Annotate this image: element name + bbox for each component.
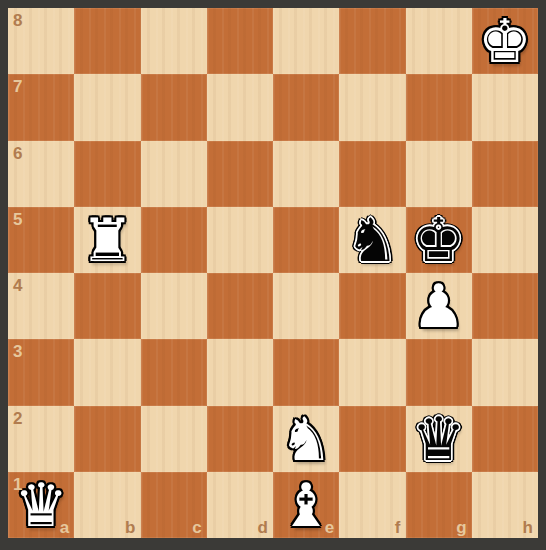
square-f4[interactable] bbox=[339, 273, 405, 339]
square-d5[interactable] bbox=[207, 207, 273, 273]
square-c4[interactable] bbox=[141, 273, 207, 339]
square-f8[interactable] bbox=[339, 8, 405, 74]
file-label-e: e bbox=[325, 519, 334, 536]
square-e3[interactable] bbox=[273, 339, 339, 405]
square-e4[interactable] bbox=[273, 273, 339, 339]
piece-black-knight[interactable]: ♞ bbox=[345, 210, 399, 270]
square-h1[interactable]: h bbox=[472, 472, 538, 538]
rank-label-4: 4 bbox=[13, 277, 22, 294]
square-g4[interactable]: ♟ bbox=[406, 273, 472, 339]
rank-label-1: 1 bbox=[13, 476, 22, 493]
square-c7[interactable] bbox=[141, 74, 207, 140]
square-a3[interactable]: 3 bbox=[8, 339, 74, 405]
square-g8[interactable] bbox=[406, 8, 472, 74]
square-a7[interactable]: 7 bbox=[8, 74, 74, 140]
square-f7[interactable] bbox=[339, 74, 405, 140]
square-h7[interactable] bbox=[472, 74, 538, 140]
rank-label-5: 5 bbox=[13, 211, 22, 228]
square-g1[interactable]: g bbox=[406, 472, 472, 538]
square-b8[interactable] bbox=[74, 8, 140, 74]
square-f1[interactable]: f bbox=[339, 472, 405, 538]
chess-board-frame: 8♚765♜♞♚4♟32♞♛1a♛bcde♝fgh bbox=[0, 0, 546, 550]
square-d6[interactable] bbox=[207, 141, 273, 207]
square-a1[interactable]: 1a♛ bbox=[8, 472, 74, 538]
rank-label-8: 8 bbox=[13, 12, 22, 29]
square-e2[interactable]: ♞ bbox=[273, 406, 339, 472]
square-g5[interactable]: ♚ bbox=[406, 207, 472, 273]
rank-label-6: 6 bbox=[13, 145, 22, 162]
square-e5[interactable] bbox=[273, 207, 339, 273]
file-label-c: c bbox=[192, 519, 201, 536]
square-b2[interactable] bbox=[74, 406, 140, 472]
file-label-a: a bbox=[60, 519, 69, 536]
square-c3[interactable] bbox=[141, 339, 207, 405]
square-a6[interactable]: 6 bbox=[8, 141, 74, 207]
square-g2[interactable]: ♛ bbox=[406, 406, 472, 472]
square-f5[interactable]: ♞ bbox=[339, 207, 405, 273]
file-label-f: f bbox=[395, 519, 401, 536]
square-d7[interactable] bbox=[207, 74, 273, 140]
piece-white-knight[interactable]: ♞ bbox=[279, 409, 333, 469]
square-f6[interactable] bbox=[339, 141, 405, 207]
square-f2[interactable] bbox=[339, 406, 405, 472]
square-d4[interactable] bbox=[207, 273, 273, 339]
square-b6[interactable] bbox=[74, 141, 140, 207]
square-a5[interactable]: 5 bbox=[8, 207, 74, 273]
square-c6[interactable] bbox=[141, 141, 207, 207]
piece-white-pawn[interactable]: ♟ bbox=[412, 276, 466, 336]
piece-black-queen[interactable]: ♛ bbox=[412, 409, 466, 469]
square-b1[interactable]: b bbox=[74, 472, 140, 538]
square-h8[interactable]: ♚ bbox=[472, 8, 538, 74]
square-b4[interactable] bbox=[74, 273, 140, 339]
square-f3[interactable] bbox=[339, 339, 405, 405]
square-e7[interactable] bbox=[273, 74, 339, 140]
square-d8[interactable] bbox=[207, 8, 273, 74]
square-d3[interactable] bbox=[207, 339, 273, 405]
square-e1[interactable]: e♝ bbox=[273, 472, 339, 538]
rank-label-3: 3 bbox=[13, 343, 22, 360]
square-b7[interactable] bbox=[74, 74, 140, 140]
square-g3[interactable] bbox=[406, 339, 472, 405]
square-h4[interactable] bbox=[472, 273, 538, 339]
file-label-h: h bbox=[523, 519, 533, 536]
file-label-g: g bbox=[456, 519, 466, 536]
square-a8[interactable]: 8 bbox=[8, 8, 74, 74]
square-h3[interactable] bbox=[472, 339, 538, 405]
square-h6[interactable] bbox=[472, 141, 538, 207]
square-d2[interactable] bbox=[207, 406, 273, 472]
rank-label-7: 7 bbox=[13, 78, 22, 95]
square-e6[interactable] bbox=[273, 141, 339, 207]
square-c5[interactable] bbox=[141, 207, 207, 273]
square-e8[interactable] bbox=[273, 8, 339, 74]
square-c2[interactable] bbox=[141, 406, 207, 472]
file-label-b: b bbox=[125, 519, 135, 536]
square-d1[interactable]: d bbox=[207, 472, 273, 538]
square-a2[interactable]: 2 bbox=[8, 406, 74, 472]
chess-board: 8♚765♜♞♚4♟32♞♛1a♛bcde♝fgh bbox=[8, 8, 538, 538]
rank-label-2: 2 bbox=[13, 410, 22, 427]
piece-black-king[interactable]: ♚ bbox=[412, 210, 466, 270]
piece-white-king[interactable]: ♚ bbox=[478, 11, 532, 71]
square-c8[interactable] bbox=[141, 8, 207, 74]
square-b5[interactable]: ♜ bbox=[74, 207, 140, 273]
square-h2[interactable] bbox=[472, 406, 538, 472]
square-g7[interactable] bbox=[406, 74, 472, 140]
square-a4[interactable]: 4 bbox=[8, 273, 74, 339]
file-label-d: d bbox=[258, 519, 268, 536]
square-c1[interactable]: c bbox=[141, 472, 207, 538]
square-g6[interactable] bbox=[406, 141, 472, 207]
piece-white-rook[interactable]: ♜ bbox=[80, 210, 134, 270]
square-b3[interactable] bbox=[74, 339, 140, 405]
square-h5[interactable] bbox=[472, 207, 538, 273]
